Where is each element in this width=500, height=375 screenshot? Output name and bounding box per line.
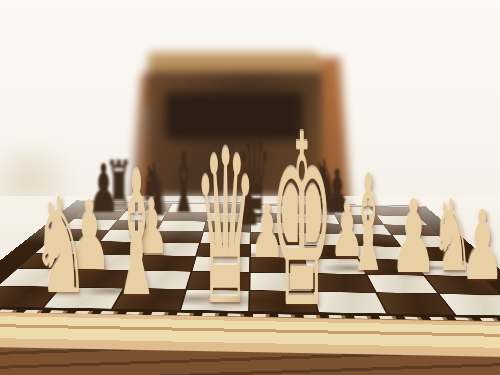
square-a5 [50,229,108,241]
square-b5 [100,230,155,242]
box-dark-opening [165,92,303,140]
chessboard [0,200,500,328]
square-d6 [204,222,250,233]
square-c6 [157,221,206,232]
square-c1 [113,288,186,309]
square-f1 [314,292,386,314]
square-f7 [293,214,338,224]
square-g7 [335,215,383,225]
square-d3 [193,256,250,272]
square-e2 [250,273,311,291]
square-f6 [296,223,344,234]
square-c3 [135,256,196,272]
square-a6 [63,219,117,229]
square-b2 [62,270,133,288]
square-a4 [35,241,98,254]
square-c4 [143,242,199,256]
square-d4 [197,243,250,257]
square-c5 [151,231,203,243]
square-f5 [298,233,350,245]
square-e7 [251,213,294,222]
square-h5 [393,235,451,247]
square-c7 [163,212,209,221]
square-e1 [250,291,317,313]
chessboard-perspective-wrapper [0,196,500,327]
square-e5 [251,233,300,245]
square-b4 [89,242,149,256]
square-b6 [110,220,161,230]
square-c2 [125,271,191,289]
square-f3 [305,258,365,274]
square-f4 [301,245,357,259]
square-a7 [74,210,124,219]
square-h6 [384,225,438,236]
square-b3 [76,255,141,271]
square-e6 [251,222,297,233]
square-f2 [309,274,375,292]
square-g5 [346,234,401,246]
square-e3 [251,257,307,273]
square-h4 [402,247,465,261]
square-d7 [207,213,250,222]
square-d5 [201,232,250,244]
square-h3 [413,260,481,276]
chessboard-squares [0,202,500,315]
square-d2 [187,272,249,290]
square-d1 [181,290,248,312]
square-e4 [251,244,303,258]
square-h7 [377,216,427,226]
square-g6 [340,224,391,235]
square-b7 [118,211,166,220]
chess-photo-scene: ♞♟♝♟♛♟♚♟♝♟♞♟♜♟♜♞♝♛♟♞♟ [0,0,500,375]
